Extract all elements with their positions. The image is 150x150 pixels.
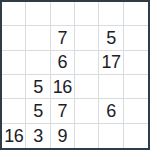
cell-r1c2[interactable] — [26, 2, 50, 26]
cell-r3c1[interactable] — [2, 51, 26, 75]
cell-r1c6[interactable] — [124, 2, 148, 26]
cell-r4c3[interactable]: 16 — [51, 75, 75, 99]
cell-r2c4[interactable] — [75, 26, 99, 50]
cell-r5c1[interactable] — [2, 99, 26, 123]
cell-r2c6[interactable] — [124, 26, 148, 50]
puzzle-board: 756175165761639 — [0, 0, 150, 150]
cell-r2c2[interactable] — [26, 26, 50, 50]
cell-r6c5[interactable] — [99, 124, 123, 148]
cell-r2c1[interactable] — [2, 26, 26, 50]
cell-r5c5[interactable]: 6 — [99, 99, 123, 123]
cell-r6c4[interactable] — [75, 124, 99, 148]
cell-r1c3[interactable] — [51, 2, 75, 26]
cell-r4c4[interactable] — [75, 75, 99, 99]
cell-r4c2[interactable]: 5 — [26, 75, 50, 99]
cell-r2c5[interactable]: 5 — [99, 26, 123, 50]
cell-r4c1[interactable] — [2, 75, 26, 99]
cell-r2c3[interactable]: 7 — [51, 26, 75, 50]
cell-r1c4[interactable] — [75, 2, 99, 26]
cell-r3c2[interactable] — [26, 51, 50, 75]
cell-r3c3[interactable]: 6 — [51, 51, 75, 75]
cell-r6c1[interactable]: 16 — [2, 124, 26, 148]
cell-r3c5[interactable]: 17 — [99, 51, 123, 75]
cell-r6c3[interactable]: 9 — [51, 124, 75, 148]
cell-r5c6[interactable] — [124, 99, 148, 123]
cell-r5c2[interactable]: 5 — [26, 99, 50, 123]
cell-r3c6[interactable] — [124, 51, 148, 75]
cell-r4c5[interactable] — [99, 75, 123, 99]
cell-r3c4[interactable] — [75, 51, 99, 75]
cell-r4c6[interactable] — [124, 75, 148, 99]
cell-r1c1[interactable] — [2, 2, 26, 26]
cell-r6c2[interactable]: 3 — [26, 124, 50, 148]
cell-r1c5[interactable] — [99, 2, 123, 26]
cell-r6c6[interactable] — [124, 124, 148, 148]
cell-r5c3[interactable]: 7 — [51, 99, 75, 123]
cell-r5c4[interactable] — [75, 99, 99, 123]
